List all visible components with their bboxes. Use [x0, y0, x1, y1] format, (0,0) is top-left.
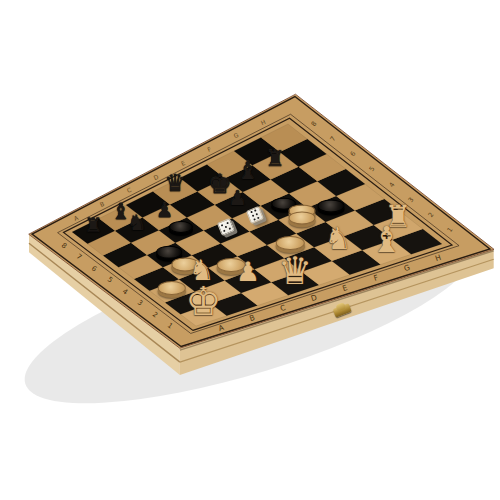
chess-set-product-photo: AABBCCDDEEFFGGHH1122334455667788♜♝♛♚♟♟♝♜…: [0, 0, 500, 500]
board-svg: [0, 0, 500, 500]
